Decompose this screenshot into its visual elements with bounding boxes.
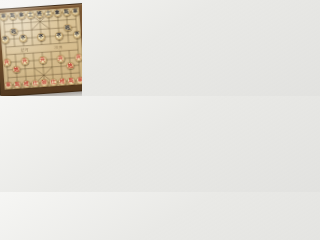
piece-red-elephant[interactable]: 相 — [58, 78, 66, 86]
piece-black-soldier[interactable]: 卒 — [37, 33, 45, 41]
piece-red-soldier[interactable]: 兵 — [3, 58, 11, 66]
piece-red-advisor[interactable]: 仕 — [31, 79, 39, 87]
piece-black-horse[interactable]: 馬 — [62, 8, 70, 16]
board-field: 楚河漢界車馬象士將士象馬車砲砲卒卒卒卒卒兵兵兵兵兵炮炮車馬相仕帥仕相馬車 — [0, 7, 82, 89]
piece-black-soldier[interactable]: 卒 — [55, 32, 63, 40]
piece-black-chariot[interactable]: 車 — [71, 8, 79, 16]
piece-red-horse[interactable]: 馬 — [13, 81, 21, 89]
piece-black-cannon[interactable]: 砲 — [10, 27, 18, 35]
river-label-right: 漢界 — [53, 45, 63, 51]
piece-red-soldier[interactable]: 兵 — [39, 56, 47, 64]
piece-black-elephant[interactable]: 象 — [17, 11, 25, 19]
piece-red-soldier[interactable]: 兵 — [57, 55, 65, 63]
piece-black-soldier[interactable]: 卒 — [73, 30, 81, 38]
piece-red-chariot[interactable]: 車 — [4, 81, 12, 89]
piece-red-advisor[interactable]: 仕 — [49, 78, 57, 86]
piece-black-advisor[interactable]: 士 — [44, 9, 52, 17]
piece-black-soldier[interactable]: 卒 — [1, 35, 9, 43]
piece-red-general[interactable]: 帥 — [40, 79, 48, 87]
piece-red-chariot[interactable]: 車 — [76, 76, 82, 84]
piece-black-soldier[interactable]: 卒 — [19, 34, 27, 42]
piece-black-cannon[interactable]: 砲 — [63, 23, 71, 31]
piece-red-soldier[interactable]: 兵 — [21, 57, 29, 65]
xiangqi-board: 楚河漢界車馬象士將士象馬車砲砲卒卒卒卒卒兵兵兵兵兵炮炮車馬相仕帥仕相馬車 — [0, 3, 82, 96]
piece-black-horse[interactable]: 馬 — [8, 12, 16, 20]
piece-red-soldier[interactable]: 兵 — [75, 53, 82, 61]
piece-red-elephant[interactable]: 相 — [22, 80, 30, 88]
piece-black-elephant[interactable]: 象 — [53, 9, 61, 17]
piece-black-general[interactable]: 將 — [35, 10, 43, 18]
piece-red-horse[interactable]: 馬 — [67, 77, 75, 85]
piece-black-chariot[interactable]: 車 — [0, 13, 8, 21]
river-label-left: 楚河 — [20, 47, 30, 54]
piece-black-advisor[interactable]: 士 — [26, 11, 34, 19]
